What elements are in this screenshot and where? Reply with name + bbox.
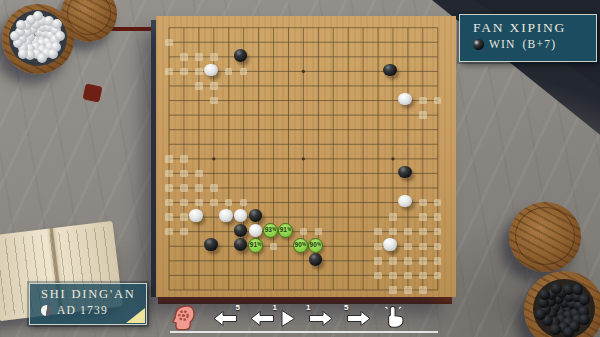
territory-mark [389,272,397,280]
territory-mark [240,199,248,207]
territory-mark [404,228,412,236]
territory-mark [434,228,442,236]
ai-hint-L4[interactable]: 90% [308,238,324,254]
player-name: SHI DING'AN [41,287,146,302]
black-stone [234,224,248,237]
territory-mark [195,68,203,76]
territory-mark [419,111,427,119]
territory-mark [404,286,412,294]
territory-mark [374,228,382,236]
play-button[interactable] [280,309,296,332]
step-count: 1 [306,303,310,312]
territory-mark [300,228,308,236]
white-stones-in-bowl [9,10,67,66]
territory-mark [434,199,442,207]
forward-1-button[interactable]: 1 [308,310,334,331]
go-board[interactable]: 93%91%91%90%90% [156,16,456,297]
territory-mark [165,39,173,47]
territory-mark [270,243,278,251]
winner-plate: FAN XIPING WIN (B+7) [459,14,597,62]
territory-mark [404,243,412,251]
hand-pointer-icon [383,305,407,331]
white-stone [383,238,397,251]
territory-mark [434,257,442,265]
territory-mark [225,199,233,207]
white-stone-icon [41,305,52,316]
white-stone [219,209,233,222]
territory-mark [180,155,188,163]
black-stone-icon [473,39,484,50]
thinking-head-gear-icon [170,304,198,332]
black-stone [234,49,248,62]
territory-mark [434,243,442,251]
territory-mark [389,213,397,221]
era-label: AD 1739 [57,304,108,316]
territory-mark [195,199,203,207]
white-stone [398,195,412,208]
ai-hint-K4[interactable]: 90% [293,238,309,254]
black-stones-in-bowl [533,279,595,337]
territory-mark [419,272,427,280]
territory-mark [389,286,397,294]
game-scene: 93%91%91%90%90% FAN XIPING WIN (B+7) SHI… [0,0,600,337]
territory-mark [240,68,248,76]
black-stone-bowl [524,271,600,337]
board-front-edge [158,296,452,304]
territory-mark [404,257,412,265]
territory-mark [165,213,173,221]
territory-mark [180,68,188,76]
step-count: 5 [236,303,240,312]
territory-mark [374,243,382,251]
territory-mark [210,97,218,105]
territory-mark [180,199,188,207]
territory-mark [404,272,412,280]
play-icon [280,309,296,328]
territory-mark [180,213,188,221]
territory-mark [419,213,427,221]
territory-mark [165,170,173,178]
white-stone-bowl [2,4,74,74]
territory-mark [180,184,188,192]
territory-mark [374,272,382,280]
territory-mark [165,184,173,192]
step-count: 1 [273,303,277,312]
territory-mark [210,184,218,192]
territory-mark [195,53,203,61]
arrow-right-icon [346,310,372,327]
territory-mark [419,243,427,251]
black-stone [204,238,218,251]
arrow-left-icon [212,310,238,327]
seal-box [83,83,103,102]
arrow-right-icon [308,310,334,327]
territory-mark [180,53,188,61]
territory-mark [165,155,173,163]
win-label: WIN [489,38,516,50]
territory-mark [315,228,323,236]
territory-mark [434,272,442,280]
white-stone [249,224,263,237]
territory-mark [419,228,427,236]
move-scrubber[interactable] [170,331,438,333]
black-stone [383,64,397,77]
territory-mark [389,257,397,265]
territory-mark [210,82,218,90]
territory-mark [434,213,442,221]
forward-5-button[interactable]: 5 [346,310,372,331]
territory-mark [419,97,427,105]
black-stone [309,253,323,266]
territory-mark [419,199,427,207]
territory-mark [419,257,427,265]
territory-mark [419,286,427,294]
territory-mark [195,184,203,192]
winner-name: FAN XIPING [473,20,596,36]
territory-mark [225,68,233,76]
territory-mark [434,97,442,105]
arrow-left-icon [249,310,275,327]
territory-mark [165,228,173,236]
white-stone [398,93,412,106]
territory-mark [180,170,188,178]
territory-mark [165,68,173,76]
player-plate[interactable]: SHI DING'AN AD 1739 [29,283,147,325]
territory-mark [210,53,218,61]
territory-mark [374,257,382,265]
step-count: 5 [344,303,348,312]
back-1-button[interactable]: 1 [249,310,275,331]
territory-mark [389,228,397,236]
bowl-lid [509,202,581,272]
white-stone [189,209,203,222]
black-stone [398,166,412,179]
back-5-button[interactable]: 5 [212,310,238,331]
territory-mark [195,170,203,178]
territory-mark [165,199,173,207]
territory-mark [180,228,188,236]
territory-mark [210,199,218,207]
win-margin: (B+7) [523,38,557,50]
territory-mark [195,82,203,90]
white-stone [204,64,218,77]
